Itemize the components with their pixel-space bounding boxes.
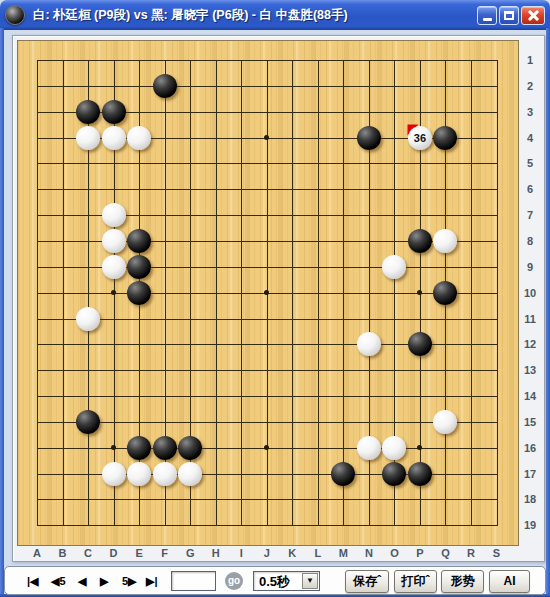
move-number-input[interactable] <box>171 571 216 591</box>
stone-black-P17[interactable] <box>408 462 432 486</box>
delay-selected-value: 0.5秒 <box>259 573 290 590</box>
stone-white-N12[interactable] <box>357 332 381 356</box>
stone-black-G16[interactable] <box>178 436 202 460</box>
stone-black-C15[interactable] <box>76 410 100 434</box>
row-label-3: 3 <box>527 106 533 118</box>
row-label-1: 1 <box>527 54 533 66</box>
stone-black-Q4[interactable] <box>433 126 457 150</box>
stone-white-G17[interactable] <box>178 462 202 486</box>
stone-white-Q8[interactable] <box>433 229 457 253</box>
row-label-4: 4 <box>527 132 533 144</box>
stone-black-E16[interactable] <box>127 436 151 460</box>
grid-line <box>241 60 242 526</box>
row-label-14: 14 <box>524 390 536 402</box>
move-number-label: 36 <box>408 126 432 150</box>
title-bar: 白: 朴廷桓 (P9段) vs 黑: 屠晓宇 (P6段) - 白 中盘胜(88手… <box>0 0 550 30</box>
row-label-18: 18 <box>524 493 536 505</box>
stone-white-N16[interactable] <box>357 436 381 460</box>
col-label-L: L <box>314 547 321 559</box>
stone-black-D3[interactable] <box>102 100 126 124</box>
stone-black-C3[interactable] <box>76 100 100 124</box>
app-window: 白: 朴廷桓 (P9段) vs 黑: 屠晓宇 (P6段) - 白 中盘胜(88手… <box>0 0 550 597</box>
grid-line <box>63 60 64 526</box>
stone-white-D7[interactable] <box>102 203 126 227</box>
grid-line <box>292 60 293 526</box>
stone-black-N4[interactable] <box>357 126 381 150</box>
maximize-icon <box>504 11 514 20</box>
col-label-S: S <box>493 547 500 559</box>
col-label-N: N <box>365 547 373 559</box>
grid-line <box>343 60 344 526</box>
col-label-P: P <box>416 547 423 559</box>
minimize-icon <box>483 18 492 21</box>
stone-white-D17[interactable] <box>102 462 126 486</box>
col-label-O: O <box>390 547 399 559</box>
stone-black-O17[interactable] <box>382 462 406 486</box>
row-label-2: 2 <box>527 80 533 92</box>
stone-white-P4[interactable]: 36 <box>408 126 432 150</box>
stone-white-C4[interactable] <box>76 126 100 150</box>
save-button[interactable]: 保存ˆ <box>345 570 389 593</box>
stone-white-O16[interactable] <box>382 436 406 460</box>
stone-white-O9[interactable] <box>382 255 406 279</box>
stone-white-F17[interactable] <box>153 462 177 486</box>
chevron-down-icon: ▼ <box>306 577 314 585</box>
row-label-5: 5 <box>527 157 533 169</box>
nav-last-button[interactable]: ▶| <box>146 572 158 590</box>
go-button[interactable]: go <box>225 572 243 590</box>
col-label-A: A <box>33 547 41 559</box>
stone-white-D8[interactable] <box>102 229 126 253</box>
col-label-R: R <box>467 547 475 559</box>
row-label-10: 10 <box>524 287 536 299</box>
stone-black-Q10[interactable] <box>433 281 457 305</box>
stone-white-D9[interactable] <box>102 255 126 279</box>
stone-black-P8[interactable] <box>408 229 432 253</box>
row-label-19: 19 <box>524 519 536 531</box>
stone-black-E10[interactable] <box>127 281 151 305</box>
row-label-11: 11 <box>524 313 536 325</box>
grid-line <box>318 60 319 526</box>
col-label-F: F <box>161 547 168 559</box>
row-label-17: 17 <box>524 468 536 480</box>
close-button[interactable] <box>521 6 545 25</box>
grid-line <box>216 60 217 526</box>
stone-white-E17[interactable] <box>127 462 151 486</box>
col-label-K: K <box>288 547 296 559</box>
window-border-right <box>546 28 550 597</box>
stone-white-C11[interactable] <box>76 307 100 331</box>
col-label-E: E <box>135 547 142 559</box>
stone-black-F16[interactable] <box>153 436 177 460</box>
row-label-7: 7 <box>527 209 533 221</box>
col-label-Q: Q <box>441 547 450 559</box>
col-label-C: C <box>84 547 92 559</box>
nav-forward-button[interactable]: ▶ <box>100 572 108 590</box>
situation-button[interactable]: 形势 <box>441 570 484 593</box>
stone-black-F2[interactable] <box>153 74 177 98</box>
ai-button[interactable]: AI <box>489 570 530 593</box>
col-label-G: G <box>186 547 195 559</box>
stone-black-E9[interactable] <box>127 255 151 279</box>
row-label-6: 6 <box>527 183 533 195</box>
col-label-J: J <box>264 547 270 559</box>
col-label-D: D <box>110 547 118 559</box>
maximize-button[interactable] <box>499 6 519 25</box>
col-label-H: H <box>212 547 220 559</box>
window-title: 白: 朴廷桓 (P9段) vs 黑: 屠晓宇 (P6段) - 白 中盘胜(88手… <box>33 7 475 24</box>
dropdown-arrow-button[interactable]: ▼ <box>302 573 318 589</box>
row-label-13: 13 <box>524 364 536 376</box>
row-label-15: 15 <box>524 416 536 428</box>
grid-line <box>471 60 472 526</box>
stone-white-E4[interactable] <box>127 126 151 150</box>
nav-back-button[interactable]: ◀ <box>78 572 86 590</box>
nav-first-button[interactable]: |◀ <box>27 572 39 590</box>
minimize-button[interactable] <box>477 6 497 25</box>
nav-forward5-button[interactable]: 5▶ <box>122 572 137 590</box>
stone-white-Q15[interactable] <box>433 410 457 434</box>
window-border-left <box>0 28 4 597</box>
grid-line <box>497 60 498 526</box>
stone-black-M17[interactable] <box>331 462 355 486</box>
close-icon <box>527 9 540 22</box>
stone-black-E8[interactable] <box>127 229 151 253</box>
row-label-9: 9 <box>527 261 533 273</box>
app-logo-go-stone-icon <box>5 5 25 25</box>
row-label-8: 8 <box>527 235 533 247</box>
col-label-M: M <box>339 547 348 559</box>
nav-back5-button[interactable]: ◀5 <box>51 572 66 590</box>
col-label-I: I <box>240 547 243 559</box>
stone-white-D4[interactable] <box>102 126 126 150</box>
toolbar: |◀ ◀5 ◀ ▶ 5▶ ▶| go 0.5秒 ▼ 保存ˆ 打印ˆ 形势 AI <box>4 566 546 595</box>
print-button[interactable]: 打印ˆ <box>394 570 437 593</box>
stone-black-P12[interactable] <box>408 332 432 356</box>
delay-dropdown[interactable]: 0.5秒 ▼ <box>253 571 320 591</box>
row-label-12: 12 <box>524 338 536 350</box>
col-label-B: B <box>59 547 67 559</box>
grid-line <box>37 60 38 526</box>
row-label-16: 16 <box>524 442 536 454</box>
